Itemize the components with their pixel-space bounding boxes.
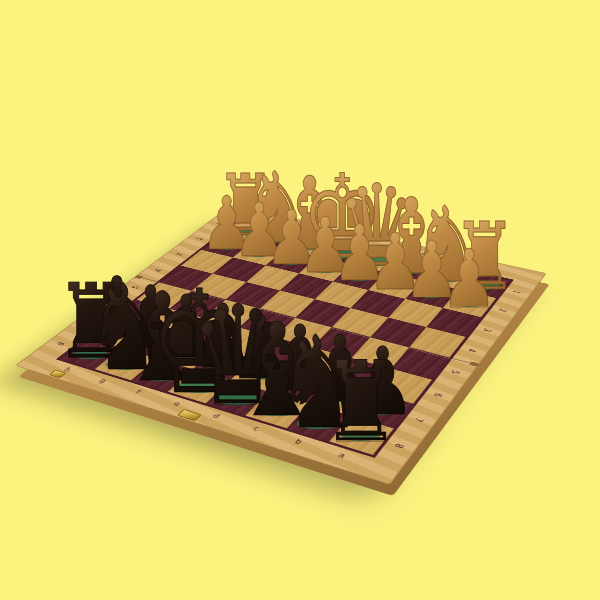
coord-label-e: e: [172, 401, 182, 407]
coord-label-h: h: [256, 216, 263, 220]
coord-label-a: a: [337, 452, 347, 459]
coord-label-3: 3: [481, 327, 491, 331]
coord-label-c: c: [419, 252, 426, 256]
coord-label-5: 5: [132, 286, 141, 290]
coord-label-7: 7: [83, 322, 93, 326]
coord-label-7: 7: [412, 416, 423, 422]
coord-label-3: 3: [176, 253, 185, 256]
coord-label-6: 6: [108, 303, 117, 307]
coord-label-1: 1: [510, 290, 519, 294]
coord-label-d: d: [211, 413, 221, 419]
coord-label-8: 8: [392, 442, 403, 448]
coord-label-b: b: [293, 439, 303, 446]
coord-label-b: b: [454, 260, 461, 264]
coord-label-4: 4: [154, 269, 163, 273]
coord-label-5: 5: [449, 369, 459, 374]
coord-label-g: g: [98, 378, 108, 384]
coord-label-c: c: [251, 426, 260, 432]
coord-label-a: a: [491, 268, 498, 272]
coord-label-d: d: [385, 245, 392, 249]
coord-label-4: 4: [465, 348, 475, 353]
coord-label-2: 2: [496, 308, 505, 312]
coord-label-8: 8: [57, 342, 67, 346]
coord-label-g: g: [287, 223, 294, 227]
coord-label-e: e: [351, 237, 358, 241]
coord-label-6: 6: [431, 392, 442, 397]
fold-hinge-notch-right: [469, 362, 478, 367]
coord-label-f: f: [319, 230, 324, 233]
coord-label-1: 1: [216, 223, 224, 226]
coord-label-f: f: [134, 390, 142, 395]
chess-set-photo: hh11gg22ff33ee44dd55cc66bb77aa88 ♜♞♝♟♚♟♛…: [0, 0, 600, 600]
coord-label-2: 2: [196, 237, 204, 240]
